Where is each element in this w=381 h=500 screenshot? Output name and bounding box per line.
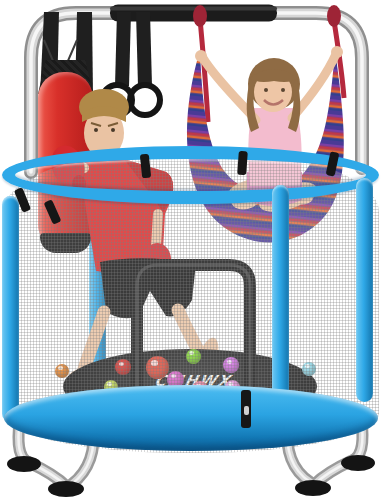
net-strap: [237, 151, 248, 176]
net-pole-right: [356, 178, 373, 402]
frame-pad-rim: [4, 385, 378, 451]
product-photo: CMHWX: [0, 0, 381, 500]
enclosure-top-ring: [2, 146, 379, 204]
zipper-pull: [244, 406, 249, 415]
net-pole-left: [2, 196, 19, 422]
